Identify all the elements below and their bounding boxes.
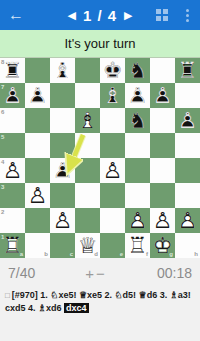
plus-minus-controls[interactable]: +− — [35, 265, 157, 282]
overflow-menu-icon[interactable] — [184, 7, 191, 24]
square-a1[interactable]: 1a♜♖ — [0, 233, 25, 258]
square-h8[interactable]: ♜♖ — [175, 58, 200, 83]
square-b5[interactable] — [25, 133, 50, 158]
square-h4[interactable] — [175, 158, 200, 183]
square-e6[interactable] — [100, 108, 125, 133]
square-d3[interactable] — [75, 183, 100, 208]
square-b8[interactable] — [25, 58, 50, 83]
white-to-move-marker: □ — [5, 290, 10, 302]
square-b4[interactable] — [25, 158, 50, 183]
square-e2[interactable] — [100, 208, 125, 233]
square-f5[interactable] — [125, 133, 150, 158]
square-d4[interactable] — [75, 158, 100, 183]
square-g7[interactable]: ♟♙ — [150, 83, 175, 108]
square-a6[interactable]: 6 — [0, 108, 25, 133]
square-b7[interactable]: ♟♙ — [25, 83, 50, 108]
grid-icon[interactable] — [156, 9, 168, 21]
rank-label: 6 — [1, 109, 4, 115]
square-g2[interactable]: ♟♙ — [150, 208, 175, 233]
square-g4[interactable] — [150, 158, 175, 183]
square-c7[interactable] — [50, 83, 75, 108]
chess-board[interactable]: 8♜♖♝♗♚♔♞♘♜♖7♟♙♟♙♝♗♟♙♟♙6♝♗♞♘♟♙54♟♙♟♙♟♙3♟♙… — [0, 58, 200, 258]
puzzle-progress: 7/40 — [8, 265, 35, 281]
square-g6[interactable] — [150, 108, 175, 133]
square-a4[interactable]: 4♟♙ — [0, 158, 25, 183]
square-h1[interactable]: h — [175, 233, 200, 258]
square-e1[interactable]: e — [100, 233, 125, 258]
square-a5[interactable]: 5 — [0, 133, 25, 158]
square-h6[interactable]: ♟♙ — [175, 108, 200, 133]
square-g1[interactable]: g♚♔ — [150, 233, 175, 258]
square-d7[interactable] — [75, 83, 100, 108]
square-d6[interactable]: ♝♗ — [75, 108, 100, 133]
square-g5[interactable] — [150, 133, 175, 158]
notation-line-2: cxd5 4. ♗xd6 dxc4 — [5, 302, 195, 314]
square-f8[interactable]: ♞♘ — [125, 58, 150, 83]
square-b1[interactable]: b — [25, 233, 50, 258]
square-d2[interactable] — [75, 208, 100, 233]
rank-label: 5 — [1, 134, 4, 140]
square-c8[interactable]: ♝♗ — [50, 58, 75, 83]
square-h7[interactable] — [175, 83, 200, 108]
square-d1[interactable]: d♛♕ — [75, 233, 100, 258]
status-bar: 7/40 +− 00:18 — [0, 260, 200, 286]
square-g3[interactable] — [150, 183, 175, 208]
square-e5[interactable] — [100, 133, 125, 158]
square-h3[interactable] — [175, 183, 200, 208]
moves-text-2: cxd5 4. ♗xd6 — [5, 303, 64, 313]
square-e7[interactable]: ♝♗ — [100, 83, 125, 108]
square-c2[interactable]: ♟♙ — [50, 208, 75, 233]
square-f3[interactable] — [125, 183, 150, 208]
square-g8[interactable] — [150, 58, 175, 83]
square-f6[interactable]: ♞♘ — [125, 108, 150, 133]
puzzle-counter: 1 / 4 — [83, 7, 117, 24]
file-label: h — [194, 251, 198, 257]
app-bar: ← ◀ 1 / 4 ▶ — [0, 0, 200, 30]
next-puzzle-icon[interactable]: ▶ — [124, 0, 132, 30]
back-icon[interactable]: ← — [8, 0, 24, 30]
current-move[interactable]: dxc4 — [64, 303, 89, 313]
square-c3[interactable] — [50, 183, 75, 208]
rank-label: 2 — [1, 209, 4, 215]
square-d5[interactable] — [75, 133, 100, 158]
square-a2[interactable]: 2 — [0, 208, 25, 233]
square-b6[interactable] — [25, 108, 50, 133]
rank-label: 3 — [1, 184, 4, 190]
square-d8[interactable] — [75, 58, 100, 83]
file-label: e — [120, 251, 123, 257]
file-label: b — [44, 251, 48, 257]
square-f2[interactable]: ♟♙ — [125, 208, 150, 233]
square-e8[interactable]: ♚♔ — [100, 58, 125, 83]
prev-puzzle-icon[interactable]: ◀ — [67, 0, 75, 30]
notation-line-1: □[#970] 1. ♘xe5! ♕xe5 2. ♘d5! ♕d6 3. ♗a3… — [5, 289, 195, 302]
timer: 00:18 — [157, 265, 192, 281]
square-h2[interactable]: ♟♙ — [175, 208, 200, 233]
square-e3[interactable] — [100, 183, 125, 208]
square-b3[interactable]: ♟♙ — [25, 183, 50, 208]
square-a7[interactable]: 7♟♙ — [0, 83, 25, 108]
moves-text-1: [#970] 1. ♘xe5! ♕xe5 2. ♘d5! ♕d6 3. ♗a3! — [12, 290, 191, 300]
square-b2[interactable] — [25, 208, 50, 233]
square-e4[interactable]: ♟♙ — [100, 158, 125, 183]
square-c6[interactable] — [50, 108, 75, 133]
move-notation[interactable]: □[#970] 1. ♘xe5! ♕xe5 2. ♘d5! ♕d6 3. ♗a3… — [0, 286, 200, 314]
square-f7[interactable]: ♟♙ — [125, 83, 150, 108]
turn-banner-text: It's your turn — [64, 36, 135, 51]
turn-banner: It's your turn — [0, 30, 200, 58]
square-a8[interactable]: 8♜♖ — [0, 58, 25, 83]
file-label: c — [70, 251, 73, 257]
square-f1[interactable]: f♜♖ — [125, 233, 150, 258]
square-c5[interactable] — [50, 133, 75, 158]
square-h5[interactable] — [175, 133, 200, 158]
square-c1[interactable]: c — [50, 233, 75, 258]
square-f4[interactable] — [125, 158, 150, 183]
square-a3[interactable]: 3 — [0, 183, 25, 208]
square-c4[interactable]: ♟♙ — [50, 158, 75, 183]
